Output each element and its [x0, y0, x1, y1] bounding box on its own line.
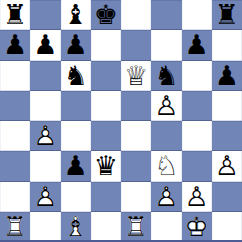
square-g7[interactable]: ♟	[182, 30, 212, 60]
square-e2[interactable]	[121, 182, 151, 212]
black-pawn[interactable]: ♟	[61, 151, 91, 181]
square-d4[interactable]	[91, 121, 121, 151]
square-h8[interactable]: ♜	[212, 0, 242, 30]
square-d2[interactable]	[91, 182, 121, 212]
square-c8[interactable]: ♝	[61, 0, 91, 30]
square-f3[interactable]: ♞♘	[151, 151, 181, 181]
square-h4[interactable]	[212, 121, 242, 151]
square-d5[interactable]	[91, 91, 121, 121]
square-h2[interactable]	[212, 182, 242, 212]
black-queen[interactable]: ♛	[91, 151, 121, 181]
square-b7[interactable]: ♟	[30, 30, 60, 60]
square-a4[interactable]	[0, 121, 30, 151]
white-pawn[interactable]: ♟♙	[212, 151, 242, 181]
black-pawn[interactable]: ♟	[182, 30, 212, 60]
square-a3[interactable]	[0, 151, 30, 181]
square-c3[interactable]: ♟	[61, 151, 91, 181]
square-h6[interactable]: ♟	[212, 61, 242, 91]
white-pawn[interactable]: ♟♙	[30, 121, 60, 151]
black-rook[interactable]: ♜	[212, 0, 242, 30]
white-rook[interactable]: ♜♖	[0, 212, 30, 242]
white-queen[interactable]: ♛♕	[121, 61, 151, 91]
square-d6[interactable]	[91, 61, 121, 91]
square-h3[interactable]: ♟♙	[212, 151, 242, 181]
square-f1[interactable]	[151, 212, 181, 242]
square-f5[interactable]: ♟♙	[151, 91, 181, 121]
white-king[interactable]: ♚♔	[182, 212, 212, 242]
square-b3[interactable]	[30, 151, 60, 181]
black-knight[interactable]: ♞	[151, 61, 181, 91]
square-f4[interactable]	[151, 121, 181, 151]
square-a6[interactable]	[0, 61, 30, 91]
square-c1[interactable]: ♝♗	[61, 212, 91, 242]
square-b5[interactable]	[30, 91, 60, 121]
square-g6[interactable]	[182, 61, 212, 91]
square-c4[interactable]	[61, 121, 91, 151]
square-c7[interactable]: ♟	[61, 30, 91, 60]
square-a5[interactable]	[0, 91, 30, 121]
square-b8[interactable]	[30, 0, 60, 30]
square-e1[interactable]: ♜♖	[121, 212, 151, 242]
square-g3[interactable]	[182, 151, 212, 181]
black-pawn[interactable]: ♟	[0, 30, 30, 60]
square-e5[interactable]	[121, 91, 151, 121]
square-h7[interactable]	[212, 30, 242, 60]
square-e7[interactable]	[121, 30, 151, 60]
black-rook[interactable]: ♜	[0, 0, 30, 30]
black-bishop[interactable]: ♝	[61, 0, 91, 30]
square-c2[interactable]	[61, 182, 91, 212]
white-pawn[interactable]: ♟♙	[151, 182, 181, 212]
square-c6[interactable]: ♞	[61, 61, 91, 91]
black-king[interactable]: ♚	[91, 0, 121, 30]
white-pawn[interactable]: ♟♙	[151, 91, 181, 121]
square-a7[interactable]: ♟	[0, 30, 30, 60]
square-g4[interactable]	[182, 121, 212, 151]
square-h5[interactable]	[212, 91, 242, 121]
square-a2[interactable]	[0, 182, 30, 212]
white-pawn[interactable]: ♟♙	[182, 182, 212, 212]
square-f7[interactable]	[151, 30, 181, 60]
square-b4[interactable]: ♟♙	[30, 121, 60, 151]
chess-board: ♜♝♚♜♟♟♟♟♞♛♕♞♟♟♙♟♙♟♛♞♘♟♙♟♙♟♙♟♙♜♖♝♗♜♖♚♔	[0, 0, 242, 242]
square-e4[interactable]	[121, 121, 151, 151]
white-rook[interactable]: ♜♖	[121, 212, 151, 242]
square-b1[interactable]	[30, 212, 60, 242]
square-g5[interactable]	[182, 91, 212, 121]
square-c5[interactable]	[61, 91, 91, 121]
square-d7[interactable]	[91, 30, 121, 60]
square-f6[interactable]: ♞	[151, 61, 181, 91]
white-pawn[interactable]: ♟♙	[30, 182, 60, 212]
white-bishop[interactable]: ♝♗	[61, 212, 91, 242]
square-a8[interactable]: ♜	[0, 0, 30, 30]
square-f2[interactable]: ♟♙	[151, 182, 181, 212]
square-b2[interactable]: ♟♙	[30, 182, 60, 212]
black-pawn[interactable]: ♟	[61, 30, 91, 60]
square-d3[interactable]: ♛	[91, 151, 121, 181]
square-g1[interactable]: ♚♔	[182, 212, 212, 242]
square-h1[interactable]	[212, 212, 242, 242]
square-d1[interactable]	[91, 212, 121, 242]
square-g8[interactable]	[182, 0, 212, 30]
square-g2[interactable]: ♟♙	[182, 182, 212, 212]
black-pawn[interactable]: ♟	[30, 30, 60, 60]
square-e6[interactable]: ♛♕	[121, 61, 151, 91]
square-f8[interactable]	[151, 0, 181, 30]
square-b6[interactable]	[30, 61, 60, 91]
square-d8[interactable]: ♚	[91, 0, 121, 30]
square-e8[interactable]	[121, 0, 151, 30]
black-knight[interactable]: ♞	[61, 61, 91, 91]
square-a1[interactable]: ♜♖	[0, 212, 30, 242]
square-e3[interactable]	[121, 151, 151, 181]
black-pawn[interactable]: ♟	[212, 61, 242, 91]
white-knight[interactable]: ♞♘	[151, 151, 181, 181]
